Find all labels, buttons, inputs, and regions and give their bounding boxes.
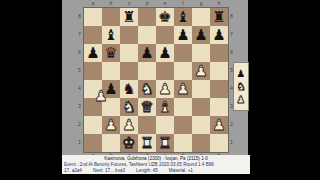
piece-black-pawn[interactable]: ♟: [192, 26, 210, 44]
coord-label: 4: [77, 80, 82, 98]
square-f4[interactable]: ♟: [174, 80, 192, 98]
square-e3[interactable]: ♝: [156, 98, 174, 116]
square-e1[interactable]: ♜: [156, 134, 174, 152]
square-b8[interactable]: [102, 8, 120, 26]
square-e5[interactable]: [156, 62, 174, 80]
square-b6[interactable]: ♛: [102, 44, 120, 62]
square-g1[interactable]: [192, 134, 210, 152]
chess-gui: abcdefgh abcdefgh 87654321 87654321 ♜♚♝♜…: [62, 0, 248, 174]
square-h1[interactable]: [210, 134, 228, 152]
coord-label: 2: [77, 116, 82, 134]
square-h5[interactable]: [210, 62, 228, 80]
square-b1[interactable]: [102, 134, 120, 152]
square-e7[interactable]: [156, 26, 174, 44]
material-white-pawn-icon: ♟: [235, 93, 247, 106]
square-d7[interactable]: [138, 26, 156, 44]
coord-label: 8: [77, 8, 82, 26]
piece-black-knight[interactable]: ♞: [120, 80, 138, 98]
piece-white-pawn[interactable]: ♟: [120, 116, 138, 134]
square-e2[interactable]: [156, 116, 174, 134]
square-d6[interactable]: ♟: [138, 44, 156, 62]
piece-white-pawn[interactable]: ♟: [156, 80, 174, 98]
coord-label: 1: [229, 134, 234, 152]
status-token: 17. a2a4: [64, 168, 82, 174]
square-h8[interactable]: ♜: [210, 8, 228, 26]
piece-black-queen[interactable]: ♛: [102, 44, 120, 62]
square-h4[interactable]: [210, 80, 228, 98]
square-f1[interactable]: [174, 134, 192, 152]
piece-white-pawn[interactable]: ♟: [102, 116, 120, 134]
piece-white-pawn[interactable]: ♟: [174, 80, 192, 98]
material-panel: ♟♞♟: [233, 62, 249, 111]
material-black-pawn-icon: ♟: [235, 67, 247, 80]
square-e8[interactable]: ♚: [156, 8, 174, 26]
status-token: Material: +1: [169, 168, 193, 174]
piece-white-pawn[interactable]: ♟: [210, 116, 228, 134]
piece-black-pawn[interactable]: ♟: [138, 44, 156, 62]
piece-black-pawn[interactable]: ♟: [174, 26, 192, 44]
square-h2[interactable]: ♟: [210, 116, 228, 134]
piece-white-rook[interactable]: ♜: [138, 134, 156, 152]
material-white-knight-icon: ♞: [235, 80, 247, 93]
square-a1[interactable]: [84, 134, 102, 152]
square-h3[interactable]: [210, 98, 228, 116]
coord-label: 7: [229, 26, 234, 44]
square-f5[interactable]: [174, 62, 192, 80]
square-f2[interactable]: [174, 116, 192, 134]
square-c7[interactable]: [120, 26, 138, 44]
piece-black-bishop[interactable]: ♝: [102, 26, 120, 44]
piece-black-bishop[interactable]: ♝: [174, 8, 192, 26]
square-f8[interactable]: ♝: [174, 8, 192, 26]
piece-black-pawn[interactable]: ♟: [156, 44, 174, 62]
square-d2[interactable]: [138, 116, 156, 134]
square-d5[interactable]: [138, 62, 156, 80]
piece-black-pawn[interactable]: ♟: [210, 26, 228, 44]
chess-board[interactable]: ♜♚♝♜♝♟♟♟♟♛♟♟♟♟♟♞♞♟♟♞♛♝♟♟♟♚♜♜: [83, 7, 229, 153]
square-f3[interactable]: [174, 98, 192, 116]
square-g3[interactable]: [192, 98, 210, 116]
square-d4[interactable]: ♞: [138, 80, 156, 98]
rank-labels-left: 87654321: [77, 8, 82, 152]
square-f6[interactable]: [174, 44, 192, 62]
piece-white-rook[interactable]: ♜: [156, 134, 174, 152]
square-h7[interactable]: ♟: [210, 26, 228, 44]
square-c1[interactable]: ♚: [120, 134, 138, 152]
square-a7[interactable]: [84, 26, 102, 44]
square-c8[interactable]: ♜: [120, 8, 138, 26]
status-token: Length: 45: [136, 168, 158, 174]
square-b2[interactable]: ♟: [102, 116, 120, 134]
square-g4[interactable]: [192, 80, 210, 98]
square-c6[interactable]: [120, 44, 138, 62]
square-a2[interactable]: [84, 116, 102, 134]
square-c4[interactable]: ♞: [120, 80, 138, 98]
square-d8[interactable]: [138, 8, 156, 26]
square-c2[interactable]: ♟: [120, 116, 138, 134]
coord-label: 2: [229, 116, 234, 134]
coord-label: 7: [77, 26, 82, 44]
coord-label: 8: [229, 8, 234, 26]
square-g6[interactable]: [192, 44, 210, 62]
square-d1[interactable]: ♜: [138, 134, 156, 152]
coord-label: 6: [229, 44, 234, 62]
square-f7[interactable]: ♟: [174, 26, 192, 44]
square-a4[interactable]: ♟: [84, 80, 102, 98]
square-b5[interactable]: [102, 62, 120, 80]
status-token: Next: 17... bxa3: [93, 168, 125, 174]
square-g8[interactable]: [192, 8, 210, 26]
piece-white-queen[interactable]: ♛: [138, 98, 156, 116]
piece-white-bishop[interactable]: ♝: [156, 98, 174, 116]
square-h6[interactable]: [210, 44, 228, 62]
piece-white-knight[interactable]: ♞: [120, 98, 138, 116]
piece-white-pawn[interactable]: ♟: [92, 87, 110, 105]
coord-label: 5: [77, 62, 82, 80]
piece-white-pawn[interactable]: ♟: [192, 62, 210, 80]
piece-black-king[interactable]: ♚: [156, 8, 174, 26]
square-b7[interactable]: ♝: [102, 26, 120, 44]
video-frame: abcdefgh abcdefgh 87654321 87654321 ♜♚♝♜…: [0, 0, 320, 180]
piece-white-knight[interactable]: ♞: [138, 80, 156, 98]
square-g7[interactable]: ♟: [192, 26, 210, 44]
square-a6[interactable]: ♟: [84, 44, 102, 62]
caption-panel: Kasimova, Gulshona (2300) - Ivujan, Pa (…: [62, 155, 250, 174]
square-e4[interactable]: ♟: [156, 80, 174, 98]
square-c5[interactable]: [120, 62, 138, 80]
piece-black-rook[interactable]: ♜: [210, 8, 228, 26]
square-g2[interactable]: [192, 116, 210, 134]
status-line: 17. a2a4Next: 17... bxa3Length: 45Materi…: [62, 168, 250, 174]
square-e6[interactable]: ♟: [156, 44, 174, 62]
piece-black-rook[interactable]: ♜: [120, 8, 138, 26]
square-a8[interactable]: [84, 8, 102, 26]
coord-label: 6: [77, 44, 82, 62]
square-g5[interactable]: ♟: [192, 62, 210, 80]
piece-black-pawn[interactable]: ♟: [84, 44, 102, 62]
square-c3[interactable]: ♞: [120, 98, 138, 116]
coord-label: 3: [77, 98, 82, 116]
piece-white-king[interactable]: ♚: [120, 134, 138, 152]
coord-label: 1: [77, 134, 82, 152]
square-a5[interactable]: [84, 62, 102, 80]
square-d3[interactable]: ♛: [138, 98, 156, 116]
